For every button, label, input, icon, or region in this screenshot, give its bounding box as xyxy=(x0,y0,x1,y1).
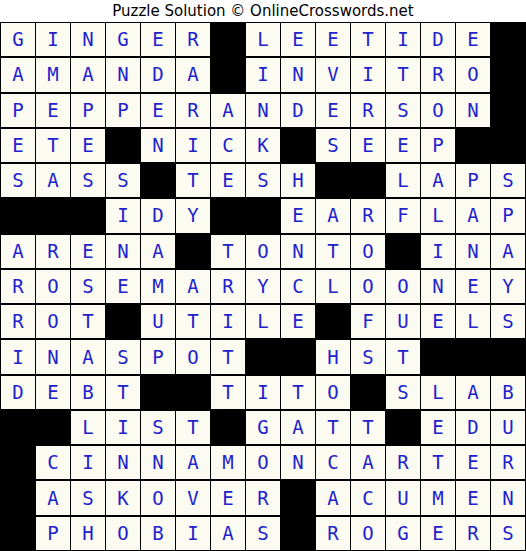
letter-cell: N xyxy=(281,58,315,91)
letter-cell: A xyxy=(211,517,245,550)
crossword-grid: GINGERLEETIDEAMANDAINVITROPEPPERANDERSON… xyxy=(0,22,526,551)
letter-cell: P xyxy=(456,164,490,197)
letter-cell: I xyxy=(421,235,455,268)
letter-cell: C xyxy=(281,270,315,303)
black-square xyxy=(36,199,70,232)
letter-cell: T xyxy=(386,340,420,373)
black-square xyxy=(246,199,280,232)
letter-cell: O xyxy=(106,517,140,550)
letter-cell: R xyxy=(456,517,490,550)
letter-cell: O xyxy=(421,94,455,127)
letter-cell: S xyxy=(141,411,175,444)
letter-cell: E xyxy=(1,129,35,162)
black-square xyxy=(281,517,315,550)
letter-cell: U xyxy=(491,411,525,444)
letter-cell: G xyxy=(246,411,280,444)
letter-cell: T xyxy=(316,235,350,268)
letter-cell: E xyxy=(141,23,175,56)
letter-cell: R xyxy=(211,270,245,303)
letter-cell: R xyxy=(36,235,70,268)
letter-cell: P xyxy=(71,94,105,127)
black-square xyxy=(211,411,245,444)
letter-cell: P xyxy=(36,517,70,550)
letter-cell: L xyxy=(246,23,280,56)
black-square xyxy=(211,23,245,56)
letter-cell: E xyxy=(211,164,245,197)
letter-cell: O xyxy=(246,446,280,479)
black-square xyxy=(421,340,455,373)
black-square xyxy=(456,340,490,373)
letter-cell: I xyxy=(106,411,140,444)
letter-cell: A xyxy=(176,446,210,479)
letter-cell: P xyxy=(141,340,175,373)
black-square xyxy=(1,199,35,232)
letter-cell: T xyxy=(211,235,245,268)
letter-cell: O xyxy=(386,270,420,303)
letter-cell: R xyxy=(491,446,525,479)
letter-cell: F xyxy=(386,199,420,232)
letter-cell: A xyxy=(456,199,490,232)
letter-cell: N xyxy=(281,446,315,479)
black-square xyxy=(1,517,35,550)
letter-cell: K xyxy=(246,129,280,162)
page-title: Puzzle Solution © OnlineCrosswords.net xyxy=(0,0,526,22)
black-square xyxy=(106,305,140,338)
letter-cell: E xyxy=(456,446,490,479)
letter-cell: T xyxy=(351,23,385,56)
black-square xyxy=(491,58,525,91)
letter-cell: E xyxy=(36,376,70,409)
black-square xyxy=(281,340,315,373)
letter-cell: N xyxy=(421,270,455,303)
letter-cell: P xyxy=(106,94,140,127)
letter-cell: A xyxy=(1,235,35,268)
black-square xyxy=(316,305,350,338)
letter-cell: H xyxy=(281,164,315,197)
letter-cell: R xyxy=(351,199,385,232)
letter-cell: E xyxy=(386,129,420,162)
letter-cell: E xyxy=(456,270,490,303)
letter-cell: N xyxy=(106,58,140,91)
letter-cell: T xyxy=(351,411,385,444)
letter-cell: L xyxy=(386,164,420,197)
black-square xyxy=(491,23,525,56)
letter-cell: P xyxy=(421,129,455,162)
letter-cell: N xyxy=(246,94,280,127)
letter-cell: R xyxy=(1,270,35,303)
letter-cell: C xyxy=(211,129,245,162)
letter-cell: I xyxy=(36,23,70,56)
letter-cell: S xyxy=(71,481,105,514)
letter-cell: L xyxy=(246,305,280,338)
letter-cell: S xyxy=(71,270,105,303)
letter-cell: A xyxy=(36,164,70,197)
letter-cell: G xyxy=(1,23,35,56)
letter-cell: O xyxy=(456,58,490,91)
black-square xyxy=(246,340,280,373)
black-square xyxy=(281,481,315,514)
letter-cell: D xyxy=(1,376,35,409)
letter-cell: T xyxy=(316,411,350,444)
letter-cell: G xyxy=(386,517,420,550)
letter-cell: L xyxy=(421,199,455,232)
letter-cell: O xyxy=(36,270,70,303)
letter-cell: A xyxy=(71,58,105,91)
black-square xyxy=(71,199,105,232)
letter-cell: U xyxy=(386,481,420,514)
letter-cell: U xyxy=(386,305,420,338)
letter-cell: S xyxy=(316,129,350,162)
letter-cell: I xyxy=(246,58,280,91)
letter-cell: E xyxy=(281,23,315,56)
letter-cell: A xyxy=(211,94,245,127)
letter-cell: H xyxy=(71,517,105,550)
letter-cell: S xyxy=(106,164,140,197)
letter-cell: F xyxy=(351,305,385,338)
letter-cell: N xyxy=(141,446,175,479)
black-square xyxy=(36,411,70,444)
letter-cell: I xyxy=(71,446,105,479)
letter-cell: S xyxy=(71,164,105,197)
letter-cell: L xyxy=(421,376,455,409)
black-square xyxy=(1,446,35,479)
letter-cell: R xyxy=(1,305,35,338)
letter-cell: A xyxy=(176,270,210,303)
letter-cell: C xyxy=(351,481,385,514)
letter-cell: A xyxy=(491,235,525,268)
black-square xyxy=(1,481,35,514)
letter-cell: A xyxy=(1,58,35,91)
letter-cell: S xyxy=(491,517,525,550)
letter-cell: N xyxy=(491,481,525,514)
letter-cell: N xyxy=(456,94,490,127)
letter-cell: E xyxy=(351,129,385,162)
letter-cell: K xyxy=(106,481,140,514)
black-square xyxy=(351,376,385,409)
letter-cell: G xyxy=(106,23,140,56)
letter-cell: N xyxy=(106,446,140,479)
letter-cell: A xyxy=(351,446,385,479)
black-square xyxy=(386,411,420,444)
letter-cell: N xyxy=(281,235,315,268)
letter-cell: T xyxy=(176,411,210,444)
letter-cell: S xyxy=(246,517,280,550)
letter-cell: A xyxy=(456,376,490,409)
letter-cell: N xyxy=(71,23,105,56)
letter-cell: Y xyxy=(176,199,210,232)
letter-cell: O xyxy=(316,376,350,409)
letter-cell: E xyxy=(281,305,315,338)
letter-cell: A xyxy=(176,58,210,91)
letter-cell: S xyxy=(351,340,385,373)
letter-cell: D xyxy=(141,58,175,91)
letter-cell: O xyxy=(351,235,385,268)
letter-cell: M xyxy=(141,270,175,303)
black-square xyxy=(456,129,490,162)
black-square xyxy=(316,164,350,197)
letter-cell: N xyxy=(106,235,140,268)
letter-cell: R xyxy=(176,23,210,56)
letter-cell: R xyxy=(421,58,455,91)
letter-cell: L xyxy=(71,411,105,444)
letter-cell: T xyxy=(421,446,455,479)
letter-cell: T xyxy=(36,129,70,162)
letter-cell: O xyxy=(351,270,385,303)
letter-cell: S xyxy=(491,164,525,197)
letter-cell: Y xyxy=(491,270,525,303)
letter-cell: H xyxy=(316,340,350,373)
black-square xyxy=(1,411,35,444)
letter-cell: Y xyxy=(246,270,280,303)
letter-cell: E xyxy=(421,305,455,338)
letter-cell: U xyxy=(141,305,175,338)
letter-cell: T xyxy=(386,58,420,91)
letter-cell: I xyxy=(351,58,385,91)
letter-cell: D xyxy=(281,94,315,127)
black-square xyxy=(491,129,525,162)
letter-cell: I xyxy=(176,129,210,162)
letter-cell: V xyxy=(316,58,350,91)
letter-cell: S xyxy=(386,94,420,127)
letter-cell: O xyxy=(246,235,280,268)
black-square xyxy=(211,58,245,91)
letter-cell: I xyxy=(211,305,245,338)
black-square xyxy=(491,340,525,373)
letter-cell: E xyxy=(456,23,490,56)
letter-cell: T xyxy=(211,376,245,409)
letter-cell: I xyxy=(176,517,210,550)
letter-cell: L xyxy=(316,270,350,303)
letter-cell: E xyxy=(316,23,350,56)
letter-cell: T xyxy=(281,376,315,409)
letter-cell: E xyxy=(316,94,350,127)
black-square xyxy=(281,129,315,162)
letter-cell: O xyxy=(351,517,385,550)
letter-cell: M xyxy=(211,446,245,479)
letter-cell: E xyxy=(36,94,70,127)
letter-cell: E xyxy=(211,481,245,514)
letter-cell: S xyxy=(246,164,280,197)
letter-cell: E xyxy=(71,235,105,268)
letter-cell: O xyxy=(176,340,210,373)
letter-cell: B xyxy=(71,376,105,409)
letter-cell: I xyxy=(386,23,420,56)
letter-cell: S xyxy=(386,376,420,409)
letter-cell: B xyxy=(491,376,525,409)
letter-cell: M xyxy=(421,481,455,514)
letter-cell: I xyxy=(106,199,140,232)
letter-cell: T xyxy=(106,376,140,409)
letter-cell: T xyxy=(176,164,210,197)
black-square xyxy=(141,376,175,409)
black-square xyxy=(176,235,210,268)
letter-cell: E xyxy=(421,517,455,550)
letter-cell: A xyxy=(316,481,350,514)
black-square xyxy=(386,235,420,268)
letter-cell: T xyxy=(211,340,245,373)
letter-cell: D xyxy=(141,199,175,232)
letter-cell: R xyxy=(246,481,280,514)
letter-cell: E xyxy=(106,270,140,303)
letter-cell: S xyxy=(1,164,35,197)
puzzle-solution-page: Puzzle Solution © OnlineCrosswords.net G… xyxy=(0,0,526,551)
letter-cell: N xyxy=(456,235,490,268)
letter-cell: R xyxy=(351,94,385,127)
letter-cell: E xyxy=(281,199,315,232)
letter-cell: S xyxy=(106,340,140,373)
letter-cell: R xyxy=(316,517,350,550)
letter-cell: B xyxy=(141,517,175,550)
letter-cell: A xyxy=(141,235,175,268)
letter-cell: V xyxy=(176,481,210,514)
letter-cell: T xyxy=(176,305,210,338)
black-square xyxy=(351,164,385,197)
letter-cell: E xyxy=(71,129,105,162)
letter-cell: E xyxy=(141,94,175,127)
letter-cell: C xyxy=(316,446,350,479)
black-square xyxy=(491,94,525,127)
black-square xyxy=(176,376,210,409)
letter-cell: P xyxy=(491,199,525,232)
letter-cell: D xyxy=(456,411,490,444)
letter-cell: N xyxy=(141,129,175,162)
letter-cell: A xyxy=(421,164,455,197)
black-square xyxy=(141,164,175,197)
letter-cell: A xyxy=(316,199,350,232)
black-square xyxy=(211,199,245,232)
letter-cell: S xyxy=(491,305,525,338)
letter-cell: M xyxy=(36,58,70,91)
letter-cell: L xyxy=(456,305,490,338)
letter-cell: O xyxy=(36,305,70,338)
letter-cell: E xyxy=(421,411,455,444)
letter-cell: P xyxy=(1,94,35,127)
letter-cell: A xyxy=(71,340,105,373)
letter-cell: O xyxy=(141,481,175,514)
letter-cell: C xyxy=(36,446,70,479)
letter-cell: A xyxy=(36,481,70,514)
letter-cell: D xyxy=(421,23,455,56)
letter-cell: I xyxy=(1,340,35,373)
letter-cell: E xyxy=(456,481,490,514)
letter-cell: A xyxy=(281,411,315,444)
letter-cell: N xyxy=(36,340,70,373)
black-square xyxy=(106,129,140,162)
letter-cell: R xyxy=(386,446,420,479)
letter-cell: T xyxy=(71,305,105,338)
letter-cell: I xyxy=(246,376,280,409)
letter-cell: R xyxy=(176,94,210,127)
